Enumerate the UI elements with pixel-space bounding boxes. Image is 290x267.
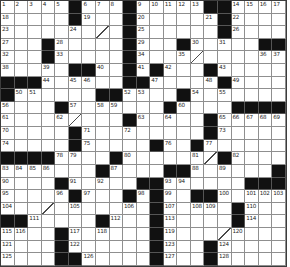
cell-r15c7[interactable]: [82, 178, 96, 191]
cell-r16c4[interactable]: [42, 190, 56, 203]
cell-r5c3[interactable]: [28, 51, 42, 64]
cell-r14c17[interactable]: 89: [218, 165, 232, 178]
cell-r11c20[interactable]: [259, 127, 273, 140]
cell-r15c8[interactable]: 92: [96, 178, 110, 191]
cell-r14c5[interactable]: [55, 165, 69, 178]
cell-r5c11[interactable]: 34: [137, 51, 151, 64]
cell-r12c17[interactable]: [218, 140, 232, 153]
cell-r21c11[interactable]: [137, 253, 151, 266]
cell-r6c3[interactable]: [28, 64, 42, 77]
cell-r1c1[interactable]: 1: [1, 1, 15, 14]
cell-r20c20[interactable]: [259, 241, 273, 254]
cell-r6c19[interactable]: [245, 64, 259, 77]
cell-r4c7[interactable]: [82, 39, 96, 52]
cell-r19c1[interactable]: 115: [1, 228, 15, 241]
cell-r21c20[interactable]: [259, 253, 273, 266]
cell-r11c2[interactable]: [15, 127, 29, 140]
cell-r2c12[interactable]: [150, 14, 164, 27]
cell-r12c3[interactable]: [28, 140, 42, 153]
cell-r19c6[interactable]: 117: [69, 228, 83, 241]
cell-r14c6[interactable]: [69, 165, 83, 178]
cell-r12c9[interactable]: [110, 140, 124, 153]
cell-r15c4[interactable]: [42, 178, 56, 191]
cell-r16c19[interactable]: 101: [245, 190, 259, 203]
cell-r8c20[interactable]: [259, 89, 273, 102]
cell-r21c17[interactable]: 128: [218, 253, 232, 266]
cell-r1c15[interactable]: 13: [191, 1, 205, 14]
cell-r21c7[interactable]: 126: [82, 253, 96, 266]
cell-r20c11[interactable]: [137, 241, 151, 254]
cell-r8c6[interactable]: [69, 89, 83, 102]
cell-r16c7[interactable]: 97: [82, 190, 96, 203]
cell-r15c3[interactable]: [28, 178, 42, 191]
cell-r3c5[interactable]: [55, 26, 69, 39]
cell-r18c11[interactable]: [137, 215, 151, 228]
cell-r11c18[interactable]: [232, 127, 246, 140]
cell-r5c17[interactable]: [218, 51, 232, 64]
cell-r3c19[interactable]: [245, 26, 259, 39]
cell-r8c2[interactable]: 50: [15, 89, 29, 102]
cell-r3c14[interactable]: [177, 26, 191, 39]
cell-r6c9[interactable]: [110, 64, 124, 77]
cell-r3c7[interactable]: [82, 26, 96, 39]
cell-r4c19[interactable]: [245, 39, 259, 52]
cell-r16c8[interactable]: [96, 190, 110, 203]
cell-r18c5[interactable]: [55, 215, 69, 228]
cell-r9c15[interactable]: [191, 102, 205, 115]
cell-r5c6[interactable]: [69, 51, 83, 64]
cell-r11c4[interactable]: [42, 127, 56, 140]
cell-r19c8[interactable]: 118: [96, 228, 110, 241]
cell-r20c13[interactable]: 123: [164, 241, 178, 254]
cell-r8c15[interactable]: 54: [191, 89, 205, 102]
cell-r19c3[interactable]: [28, 228, 42, 241]
cell-r19c15[interactable]: [191, 228, 205, 241]
cell-r7c18[interactable]: 49: [232, 77, 246, 90]
cell-r16c13[interactable]: 99: [164, 190, 178, 203]
cell-r20c2[interactable]: [15, 241, 29, 254]
cell-r10c3[interactable]: [28, 114, 42, 127]
cell-r17c21[interactable]: [272, 203, 286, 216]
cell-r12c19[interactable]: [245, 140, 259, 153]
cell-r10c11[interactable]: 63: [137, 114, 151, 127]
cell-r17c6[interactable]: 105: [69, 203, 83, 216]
cell-r14c7[interactable]: [82, 165, 96, 178]
cell-r13c15[interactable]: 81: [191, 152, 205, 165]
cell-r9c10[interactable]: [123, 102, 137, 115]
cell-r15c9[interactable]: [110, 178, 124, 191]
cell-r4c9[interactable]: [110, 39, 124, 52]
cell-r10c14[interactable]: [177, 114, 191, 127]
cell-r9c12[interactable]: [150, 102, 164, 115]
cell-r18c10[interactable]: [123, 215, 137, 228]
cell-r20c21[interactable]: [272, 241, 286, 254]
cell-r18c9[interactable]: 112: [110, 215, 124, 228]
cell-r11c9[interactable]: [110, 127, 124, 140]
cell-r9c8[interactable]: 58: [96, 102, 110, 115]
cell-r21c14[interactable]: [177, 253, 191, 266]
cell-r4c3[interactable]: [28, 39, 42, 52]
cell-r12c2[interactable]: [15, 140, 29, 153]
cell-r15c15[interactable]: [191, 178, 205, 191]
cell-r9c2[interactable]: [15, 102, 29, 115]
cell-r18c20[interactable]: [259, 215, 273, 228]
cell-r12c16[interactable]: 77: [204, 140, 218, 153]
cell-r17c9[interactable]: [110, 203, 124, 216]
cell-r10c17[interactable]: 65: [218, 114, 232, 127]
cell-r5c20[interactable]: 36: [259, 51, 273, 64]
cell-r3c15[interactable]: [191, 26, 205, 39]
cell-r3c4[interactable]: [42, 26, 56, 39]
cell-r20c6[interactable]: 122: [69, 241, 83, 254]
cell-r6c17[interactable]: 43: [218, 64, 232, 77]
cell-r19c10[interactable]: [123, 228, 137, 241]
cell-r21c8[interactable]: [96, 253, 110, 266]
cell-r2c5[interactable]: [55, 14, 69, 27]
cell-r6c1[interactable]: 38: [1, 64, 15, 77]
cell-r18c19[interactable]: 114: [245, 215, 259, 228]
cell-r11c7[interactable]: 71: [82, 127, 96, 140]
cell-r19c19[interactable]: [245, 228, 259, 241]
cell-r4c1[interactable]: 27: [1, 39, 15, 52]
cell-r13c19[interactable]: [245, 152, 259, 165]
cell-r18c13[interactable]: 113: [164, 215, 178, 228]
cell-r5c13[interactable]: [164, 51, 178, 64]
cell-r4c15[interactable]: 30: [191, 39, 205, 52]
cell-r5c9[interactable]: [110, 51, 124, 64]
cell-r5c18[interactable]: [232, 51, 246, 64]
cell-r7c21[interactable]: [272, 77, 286, 90]
cell-r18c21[interactable]: [272, 215, 286, 228]
cell-r3c13[interactable]: [164, 26, 178, 39]
cell-r20c1[interactable]: 121: [1, 241, 15, 254]
cell-r6c4[interactable]: 39: [42, 64, 56, 77]
cell-r15c10[interactable]: [123, 178, 137, 191]
cell-r8c21[interactable]: [272, 89, 286, 102]
cell-r8c13[interactable]: [164, 89, 178, 102]
cell-r17c17[interactable]: [218, 203, 232, 216]
cell-r7c12[interactable]: 47: [150, 77, 164, 90]
cell-r2c3[interactable]: [28, 14, 42, 27]
cell-r5c12[interactable]: [150, 51, 164, 64]
cell-r15c14[interactable]: 94: [177, 178, 191, 191]
cell-r3c18[interactable]: 26: [232, 26, 246, 39]
cell-r19c14[interactable]: [177, 228, 191, 241]
cell-r1c20[interactable]: 16: [259, 1, 273, 14]
cell-r20c3[interactable]: [28, 241, 42, 254]
cell-r10c19[interactable]: 67: [245, 114, 259, 127]
cell-r19c2[interactable]: 116: [15, 228, 29, 241]
cell-r15c2[interactable]: [15, 178, 29, 191]
cell-r9c4[interactable]: [42, 102, 56, 115]
cell-r10c6[interactable]: [69, 114, 83, 127]
cell-r10c9[interactable]: [110, 114, 124, 127]
cell-r2c20[interactable]: [259, 14, 273, 27]
cell-r3c1[interactable]: 23: [1, 26, 15, 39]
cell-r3c6[interactable]: 24: [69, 26, 83, 39]
cell-r9c11[interactable]: [137, 102, 151, 115]
cell-r2c19[interactable]: [245, 14, 259, 27]
cell-r20c10[interactable]: [123, 241, 137, 254]
cell-r19c20[interactable]: [259, 228, 273, 241]
cell-r19c18[interactable]: 120: [232, 228, 246, 241]
cell-r20c8[interactable]: [96, 241, 110, 254]
cell-r11c8[interactable]: [96, 127, 110, 140]
cell-r7c14[interactable]: [177, 77, 191, 90]
cell-r13c14[interactable]: [177, 152, 191, 165]
cell-r12c8[interactable]: [96, 140, 110, 153]
cell-r6c13[interactable]: 42: [164, 64, 178, 77]
cell-r5c2[interactable]: [15, 51, 29, 64]
cell-r14c12[interactable]: [150, 165, 164, 178]
cell-r12c5[interactable]: [55, 140, 69, 153]
cell-r1c5[interactable]: 5: [55, 1, 69, 14]
cell-r19c16[interactable]: [204, 228, 218, 241]
cell-r17c5[interactable]: [55, 203, 69, 216]
cell-r17c14[interactable]: [177, 203, 191, 216]
cell-r15c1[interactable]: 90: [1, 178, 15, 191]
cell-r4c2[interactable]: [15, 39, 29, 52]
cell-r13c16[interactable]: [204, 152, 218, 165]
cell-r1c8[interactable]: 7: [96, 1, 110, 14]
cell-r12c18[interactable]: [232, 140, 246, 153]
cell-r4c12[interactable]: [150, 39, 164, 52]
cell-r12c20[interactable]: [259, 140, 273, 153]
cell-r1c19[interactable]: 15: [245, 1, 259, 14]
cell-r21c9[interactable]: [110, 253, 124, 266]
cell-r14c2[interactable]: 84: [15, 165, 29, 178]
cell-r21c19[interactable]: [245, 253, 259, 266]
cell-r6c2[interactable]: [15, 64, 29, 77]
cell-r12c11[interactable]: [137, 140, 151, 153]
cell-r13c5[interactable]: 78: [55, 152, 69, 165]
cell-r12c1[interactable]: 74: [1, 140, 15, 153]
cell-r19c13[interactable]: 119: [164, 228, 178, 241]
cell-r16c1[interactable]: 95: [1, 190, 15, 203]
cell-r5c7[interactable]: [82, 51, 96, 64]
cell-r10c13[interactable]: 64: [164, 114, 178, 127]
cell-r14c20[interactable]: [259, 165, 273, 178]
cell-r17c2[interactable]: [15, 203, 29, 216]
cell-r6c20[interactable]: [259, 64, 273, 77]
cell-r17c16[interactable]: 109: [204, 203, 218, 216]
cell-r13c13[interactable]: [164, 152, 178, 165]
cell-r7c9[interactable]: [110, 77, 124, 90]
cell-r11c19[interactable]: [245, 127, 259, 140]
cell-r17c13[interactable]: 107: [164, 203, 178, 216]
cell-r7c8[interactable]: [96, 77, 110, 90]
cell-r2c11[interactable]: 20: [137, 14, 151, 27]
cell-r2c7[interactable]: 19: [82, 14, 96, 27]
cell-r7c15[interactable]: [191, 77, 205, 90]
cell-r6c11[interactable]: 41: [137, 64, 151, 77]
cell-r8c16[interactable]: [204, 89, 218, 102]
cell-r1c4[interactable]: 4: [42, 1, 56, 14]
cell-r1c11[interactable]: 9: [137, 1, 151, 14]
cell-r8c4[interactable]: [42, 89, 56, 102]
cell-r4c16[interactable]: [204, 39, 218, 52]
cell-r17c11[interactable]: [137, 203, 151, 216]
cell-r7c4[interactable]: 44: [42, 77, 56, 90]
cell-r8c10[interactable]: 52: [123, 89, 137, 102]
cell-r9c7[interactable]: [82, 102, 96, 115]
cell-r13c6[interactable]: 79: [69, 152, 83, 165]
cell-r16c5[interactable]: 96: [55, 190, 69, 203]
cell-r18c14[interactable]: [177, 215, 191, 228]
cell-r1c3[interactable]: 3: [28, 1, 42, 14]
cell-r5c8[interactable]: [96, 51, 110, 64]
cell-r15c13[interactable]: 93: [164, 178, 178, 191]
cell-r18c17[interactable]: [218, 215, 232, 228]
cell-r21c2[interactable]: [15, 253, 29, 266]
cell-r3c3[interactable]: [28, 26, 42, 39]
cell-r2c14[interactable]: [177, 14, 191, 27]
cell-r11c21[interactable]: [272, 127, 286, 140]
cell-r6c8[interactable]: 40: [96, 64, 110, 77]
cell-r17c15[interactable]: 108: [191, 203, 205, 216]
cell-r15c17[interactable]: [218, 178, 232, 191]
cell-r1c2[interactable]: 2: [15, 1, 29, 14]
cell-r20c7[interactable]: [82, 241, 96, 254]
cell-r1c12[interactable]: 10: [150, 1, 164, 14]
cell-r16c17[interactable]: 100: [218, 190, 232, 203]
cell-r1c7[interactable]: 6: [82, 1, 96, 14]
cell-r10c21[interactable]: 69: [272, 114, 286, 127]
cell-r1c21[interactable]: 17: [272, 1, 286, 14]
cell-r17c10[interactable]: 106: [123, 203, 137, 216]
cell-r1c13[interactable]: 11: [164, 1, 178, 14]
cell-r8c11[interactable]: 53: [137, 89, 151, 102]
cell-r16c3[interactable]: [28, 190, 42, 203]
cell-r9c14[interactable]: 60: [177, 102, 191, 115]
cell-r10c12[interactable]: [150, 114, 164, 127]
cell-r8c7[interactable]: [82, 89, 96, 102]
cell-r11c5[interactable]: [55, 127, 69, 140]
cell-r17c3[interactable]: [28, 203, 42, 216]
cell-r2c21[interactable]: [272, 14, 286, 27]
cell-r3c8[interactable]: [96, 26, 110, 39]
cell-r9c1[interactable]: 56: [1, 102, 15, 115]
cell-r2c2[interactable]: [15, 14, 29, 27]
cell-r7c7[interactable]: 46: [82, 77, 96, 90]
cell-r13c12[interactable]: [150, 152, 164, 165]
cell-r17c20[interactable]: [259, 203, 273, 216]
cell-r18c16[interactable]: [204, 215, 218, 228]
cell-r16c21[interactable]: 103: [272, 190, 286, 203]
cell-r19c11[interactable]: [137, 228, 151, 241]
cell-r12c4[interactable]: [42, 140, 56, 153]
cell-r9c16[interactable]: [204, 102, 218, 115]
cell-r6c18[interactable]: [232, 64, 246, 77]
cell-r16c9[interactable]: [110, 190, 124, 203]
cell-r4c5[interactable]: 28: [55, 39, 69, 52]
cell-r9c6[interactable]: 57: [69, 102, 83, 115]
cell-r15c18[interactable]: [232, 178, 246, 191]
cell-r20c18[interactable]: [232, 241, 246, 254]
cell-r14c1[interactable]: 83: [1, 165, 15, 178]
cell-r13c11[interactable]: [137, 152, 151, 165]
cell-r13c8[interactable]: [96, 152, 110, 165]
cell-r4c11[interactable]: 29: [137, 39, 151, 52]
cell-r14c3[interactable]: 85: [28, 165, 42, 178]
cell-r18c4[interactable]: [42, 215, 56, 228]
cell-r7c20[interactable]: [259, 77, 273, 90]
cell-r8c17[interactable]: 55: [218, 89, 232, 102]
cell-r9c17[interactable]: [218, 102, 232, 115]
cell-r9c9[interactable]: 59: [110, 102, 124, 115]
cell-r12c14[interactable]: [177, 140, 191, 153]
cell-r21c21[interactable]: [272, 253, 286, 266]
cell-r6c15[interactable]: [191, 64, 205, 77]
cell-r14c18[interactable]: [232, 165, 246, 178]
cell-r7c13[interactable]: [164, 77, 178, 90]
cell-r2c1[interactable]: 18: [1, 14, 15, 27]
cell-r14c19[interactable]: [245, 165, 259, 178]
cell-r10c7[interactable]: [82, 114, 96, 127]
cell-r17c1[interactable]: 104: [1, 203, 15, 216]
cell-r6c21[interactable]: [272, 64, 286, 77]
cell-r18c3[interactable]: 111: [28, 215, 42, 228]
cell-r13c7[interactable]: [82, 152, 96, 165]
cell-r7c5[interactable]: [55, 77, 69, 90]
cell-r5c14[interactable]: 35: [177, 51, 191, 64]
cell-r8c19[interactable]: [245, 89, 259, 102]
cell-r13c20[interactable]: [259, 152, 273, 165]
cell-r3c16[interactable]: [204, 26, 218, 39]
cell-r16c11[interactable]: 98: [137, 190, 151, 203]
cell-r5c19[interactable]: [245, 51, 259, 64]
cell-r14c10[interactable]: [123, 165, 137, 178]
cell-r21c15[interactable]: [191, 253, 205, 266]
cell-r17c19[interactable]: 110: [245, 203, 259, 216]
cell-r4c18[interactable]: [232, 39, 246, 52]
cell-r2c8[interactable]: [96, 14, 110, 27]
cell-r11c11[interactable]: [137, 127, 151, 140]
cell-r14c9[interactable]: 87: [110, 165, 124, 178]
cell-r13c21[interactable]: [272, 152, 286, 165]
cell-r12c13[interactable]: 76: [164, 140, 178, 153]
cell-r2c13[interactable]: [164, 14, 178, 27]
cell-r15c6[interactable]: 91: [69, 178, 83, 191]
cell-r4c13[interactable]: [164, 39, 178, 52]
cell-r8c3[interactable]: 51: [28, 89, 42, 102]
cell-r21c3[interactable]: [28, 253, 42, 266]
cell-r20c9[interactable]: [110, 241, 124, 254]
cell-r13c10[interactable]: 80: [123, 152, 137, 165]
cell-r5c21[interactable]: 37: [272, 51, 286, 64]
cell-r16c2[interactable]: [15, 190, 29, 203]
cell-r21c18[interactable]: [232, 253, 246, 266]
cell-r17c4[interactable]: [42, 203, 56, 216]
cell-r1c18[interactable]: 14: [232, 1, 246, 14]
cell-r11c3[interactable]: [28, 127, 42, 140]
cell-r7c19[interactable]: [245, 77, 259, 90]
cell-r8c5[interactable]: [55, 89, 69, 102]
cell-r3c11[interactable]: 25: [137, 26, 151, 39]
cell-r4c17[interactable]: 31: [218, 39, 232, 52]
cell-r16c20[interactable]: 102: [259, 190, 273, 203]
cell-r6c5[interactable]: [55, 64, 69, 77]
cell-r10c20[interactable]: 68: [259, 114, 273, 127]
cell-r14c11[interactable]: [137, 165, 151, 178]
cell-r8c18[interactable]: [232, 89, 246, 102]
cell-r11c13[interactable]: [164, 127, 178, 140]
cell-r4c6[interactable]: [69, 39, 83, 52]
cell-r5c16[interactable]: [204, 51, 218, 64]
cell-r19c4[interactable]: [42, 228, 56, 241]
cell-r5c15[interactable]: [191, 51, 205, 64]
cell-r20c14[interactable]: [177, 241, 191, 254]
